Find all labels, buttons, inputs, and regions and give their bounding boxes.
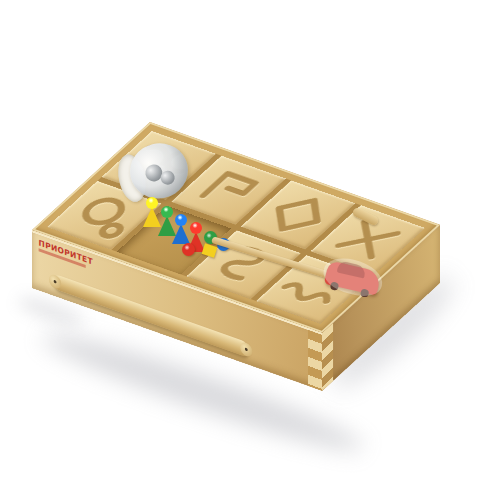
- rail-screw-right: [245, 347, 248, 351]
- cone-head: [190, 222, 202, 234]
- cone-head: [175, 214, 187, 226]
- product-photo-scene: ПРИОРИТЕТ: [0, 0, 490, 490]
- finger-joints-right: [322, 323, 333, 391]
- finger-joints-front: [308, 330, 322, 391]
- rail-screw-left: [54, 280, 57, 284]
- cone-head: [146, 197, 158, 209]
- ball-red: [182, 243, 195, 256]
